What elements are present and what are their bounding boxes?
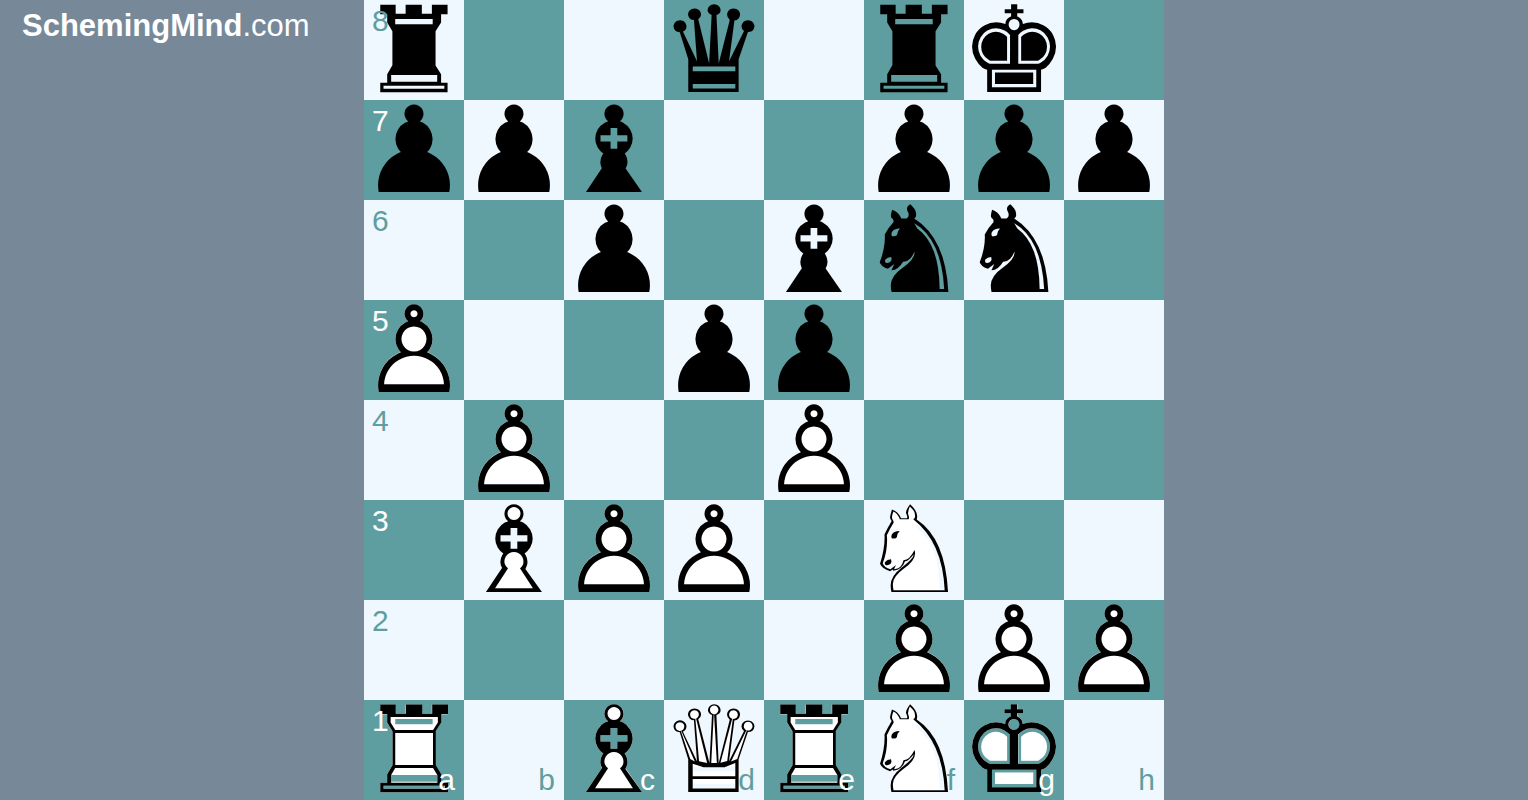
square-e8[interactable] bbox=[764, 0, 864, 100]
piece-black-pawn[interactable]: ♟ bbox=[364, 100, 464, 200]
site-logo-brand: SchemingMind bbox=[22, 8, 242, 43]
piece-black-pawn[interactable]: ♟ bbox=[564, 200, 664, 300]
piece-glyph-outline: ♙ bbox=[364, 300, 464, 400]
piece-black-knight[interactable]: ♞ bbox=[964, 200, 1064, 300]
piece-glyph-outline: ♙ bbox=[564, 500, 664, 600]
piece-white-rook[interactable]: ♜♖ bbox=[364, 700, 464, 800]
piece-black-pawn[interactable]: ♟ bbox=[464, 100, 564, 200]
square-c3[interactable]: ♟♙ bbox=[564, 500, 664, 600]
piece-glyph-outline: ♕ bbox=[664, 700, 764, 800]
square-a7[interactable]: 7♟ bbox=[364, 100, 464, 200]
piece-white-pawn[interactable]: ♟♙ bbox=[364, 300, 464, 400]
piece-glyph-fill: ♞ bbox=[864, 200, 964, 300]
square-c1[interactable]: c♝♗ bbox=[564, 700, 664, 800]
piece-glyph-outline: ♙ bbox=[664, 500, 764, 600]
piece-glyph-fill: ♟ bbox=[464, 100, 564, 200]
piece-glyph-outline: ♗ bbox=[564, 700, 664, 800]
square-d3[interactable]: ♟♙ bbox=[664, 500, 764, 600]
piece-glyph-fill: ♞ bbox=[964, 200, 1064, 300]
file-label-b: b bbox=[538, 765, 555, 795]
piece-glyph-outline: ♗ bbox=[464, 500, 564, 600]
piece-white-king[interactable]: ♚♔ bbox=[964, 700, 1064, 800]
square-a1[interactable]: 1a♜♖ bbox=[364, 700, 464, 800]
piece-white-queen[interactable]: ♛♕ bbox=[664, 700, 764, 800]
square-e1[interactable]: e♜♖ bbox=[764, 700, 864, 800]
piece-black-queen[interactable]: ♛ bbox=[664, 0, 764, 100]
piece-white-pawn[interactable]: ♟♙ bbox=[564, 500, 664, 600]
piece-white-bishop[interactable]: ♝♗ bbox=[464, 500, 564, 600]
square-f1[interactable]: f♞♘ bbox=[864, 700, 964, 800]
piece-glyph-outline: ♖ bbox=[364, 700, 464, 800]
square-f6[interactable]: ♞ bbox=[864, 200, 964, 300]
square-h5[interactable] bbox=[1064, 300, 1164, 400]
square-b3[interactable]: ♝♗ bbox=[464, 500, 564, 600]
piece-glyph-fill: ♛ bbox=[664, 0, 764, 100]
piece-glyph-fill: ♟ bbox=[664, 300, 764, 400]
square-h4[interactable] bbox=[1064, 400, 1164, 500]
site-logo-domain-suffix: .com bbox=[242, 8, 309, 43]
chess-board: 8♜♛♜♚7♟♟♝♟♟♟6♟♝♞♞5♟♙♟♟4♟♙♟♙3♝♗♟♙♟♙♞♘2♟♙♟… bbox=[364, 0, 1164, 800]
piece-white-rook[interactable]: ♜♖ bbox=[764, 700, 864, 800]
square-e4[interactable]: ♟♙ bbox=[764, 400, 864, 500]
file-label-h: h bbox=[1138, 765, 1155, 795]
square-c6[interactable]: ♟ bbox=[564, 200, 664, 300]
square-a3[interactable]: 3 bbox=[364, 500, 464, 600]
rank-label-3: 3 bbox=[372, 506, 389, 536]
square-g1[interactable]: g♚♔ bbox=[964, 700, 1064, 800]
piece-glyph-fill: ♟ bbox=[1064, 100, 1164, 200]
rank-label-2: 2 bbox=[372, 606, 389, 636]
site-logo[interactable]: SchemingMind.com bbox=[22, 6, 310, 46]
piece-glyph-outline: ♖ bbox=[764, 700, 864, 800]
piece-white-knight[interactable]: ♞♘ bbox=[864, 700, 964, 800]
piece-black-knight[interactable]: ♞ bbox=[864, 200, 964, 300]
piece-white-pawn[interactable]: ♟♙ bbox=[764, 400, 864, 500]
square-g6[interactable]: ♞ bbox=[964, 200, 1064, 300]
square-b7[interactable]: ♟ bbox=[464, 100, 564, 200]
square-h7[interactable]: ♟ bbox=[1064, 100, 1164, 200]
square-g4[interactable] bbox=[964, 400, 1064, 500]
piece-black-pawn[interactable]: ♟ bbox=[1064, 100, 1164, 200]
piece-white-pawn[interactable]: ♟♙ bbox=[664, 500, 764, 600]
piece-white-bishop[interactable]: ♝♗ bbox=[564, 700, 664, 800]
piece-glyph-outline: ♙ bbox=[764, 400, 864, 500]
square-h2[interactable]: ♟♙ bbox=[1064, 600, 1164, 700]
piece-black-pawn[interactable]: ♟ bbox=[664, 300, 764, 400]
piece-glyph-outline: ♘ bbox=[864, 700, 964, 800]
square-a5[interactable]: 5♟♙ bbox=[364, 300, 464, 400]
piece-white-pawn[interactable]: ♟♙ bbox=[1064, 600, 1164, 700]
square-b1[interactable]: b bbox=[464, 700, 564, 800]
square-d8[interactable]: ♛ bbox=[664, 0, 764, 100]
piece-glyph-fill: ♟ bbox=[364, 100, 464, 200]
square-d1[interactable]: d♛♕ bbox=[664, 700, 764, 800]
piece-glyph-outline: ♙ bbox=[1064, 600, 1164, 700]
square-d5[interactable]: ♟ bbox=[664, 300, 764, 400]
piece-glyph-outline: ♔ bbox=[964, 700, 1064, 800]
piece-glyph-fill: ♟ bbox=[564, 200, 664, 300]
